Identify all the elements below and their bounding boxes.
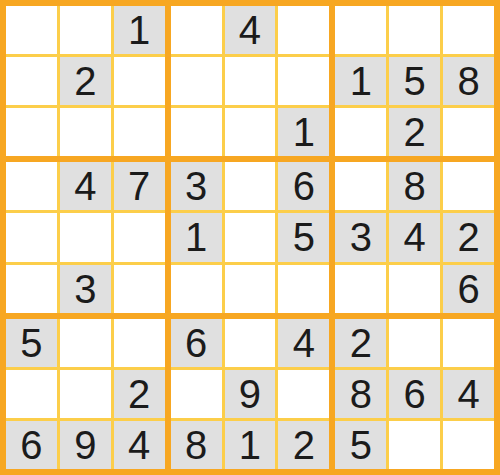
cell-r4c1[interactable] [6, 162, 57, 210]
cell-r4c7[interactable] [335, 162, 386, 210]
cell-r7c9[interactable] [443, 319, 494, 367]
cell-r2c5[interactable] [225, 57, 276, 105]
cell-r6c8[interactable] [389, 265, 440, 313]
cell-r7c2[interactable] [60, 319, 111, 367]
cell-r3c8: 2 [389, 108, 440, 156]
cell-r2c4[interactable] [171, 57, 222, 105]
cell-r3c4[interactable] [171, 108, 222, 156]
cell-r5c8: 4 [389, 213, 440, 261]
cell-r9c9[interactable] [443, 421, 494, 469]
cell-r2c2: 2 [60, 57, 111, 105]
cell-r1c6[interactable] [278, 6, 329, 54]
cell-r2c8: 5 [389, 57, 440, 105]
cell-r2c6[interactable] [278, 57, 329, 105]
cell-r3c7[interactable] [335, 108, 386, 156]
cell-r1c5: 4 [225, 6, 276, 54]
cell-r4c9[interactable] [443, 162, 494, 210]
cell-r8c4[interactable] [171, 370, 222, 418]
cell-r9c3: 4 [114, 421, 165, 469]
cell-r5c4: 1 [171, 213, 222, 261]
cell-r7c3[interactable] [114, 319, 165, 367]
cell-r7c4: 6 [171, 319, 222, 367]
box-r2c1: 473 [6, 162, 165, 312]
box-r3c1: 52694 [6, 319, 165, 469]
cell-r8c3: 2 [114, 370, 165, 418]
cell-r1c7[interactable] [335, 6, 386, 54]
cell-r3c2[interactable] [60, 108, 111, 156]
cell-r9c7: 5 [335, 421, 386, 469]
cell-r9c6: 2 [278, 421, 329, 469]
cell-r1c8[interactable] [389, 6, 440, 54]
box-r1c2: 41 [171, 6, 330, 156]
cell-r6c4[interactable] [171, 265, 222, 313]
cell-r4c8: 8 [389, 162, 440, 210]
cell-r5c3[interactable] [114, 213, 165, 261]
cell-r7c5[interactable] [225, 319, 276, 367]
sudoku-board: 124115824733615834265269464981228645 [0, 0, 500, 475]
cell-r9c8[interactable] [389, 421, 440, 469]
cell-r2c7: 1 [335, 57, 386, 105]
box-r1c3: 1582 [335, 6, 494, 156]
cell-r9c2: 9 [60, 421, 111, 469]
cell-r8c7: 8 [335, 370, 386, 418]
cell-r5c9: 2 [443, 213, 494, 261]
cell-r8c8: 6 [389, 370, 440, 418]
cell-r8c1[interactable] [6, 370, 57, 418]
cell-r6c5[interactable] [225, 265, 276, 313]
cell-r8c6[interactable] [278, 370, 329, 418]
cell-r5c7: 3 [335, 213, 386, 261]
cell-r1c9[interactable] [443, 6, 494, 54]
cell-r6c6[interactable] [278, 265, 329, 313]
cell-r4c5[interactable] [225, 162, 276, 210]
cell-r4c2: 4 [60, 162, 111, 210]
cell-r3c3[interactable] [114, 108, 165, 156]
cell-r5c6: 5 [278, 213, 329, 261]
box-r1c1: 12 [6, 6, 165, 156]
cell-r1c2[interactable] [60, 6, 111, 54]
cell-r8c2[interactable] [60, 370, 111, 418]
cell-r6c2: 3 [60, 265, 111, 313]
cell-r2c1[interactable] [6, 57, 57, 105]
cell-r7c8[interactable] [389, 319, 440, 367]
cell-r1c3: 1 [114, 6, 165, 54]
box-r2c3: 83426 [335, 162, 494, 312]
cell-r5c5[interactable] [225, 213, 276, 261]
cell-r9c4: 8 [171, 421, 222, 469]
cell-r2c3[interactable] [114, 57, 165, 105]
cell-r4c3: 7 [114, 162, 165, 210]
cell-r1c4[interactable] [171, 6, 222, 54]
cell-r6c3[interactable] [114, 265, 165, 313]
cell-r6c1[interactable] [6, 265, 57, 313]
cell-r3c5[interactable] [225, 108, 276, 156]
cell-r7c7: 2 [335, 319, 386, 367]
cell-r6c7[interactable] [335, 265, 386, 313]
cell-r1c1[interactable] [6, 6, 57, 54]
cell-r7c6: 4 [278, 319, 329, 367]
cell-r2c9: 8 [443, 57, 494, 105]
cell-r9c1: 6 [6, 421, 57, 469]
cell-r7c1: 5 [6, 319, 57, 367]
cell-r3c9[interactable] [443, 108, 494, 156]
cell-r6c9: 6 [443, 265, 494, 313]
cell-r5c2[interactable] [60, 213, 111, 261]
cell-r8c9: 4 [443, 370, 494, 418]
cell-r3c1[interactable] [6, 108, 57, 156]
cell-r8c5: 9 [225, 370, 276, 418]
cell-r4c6: 6 [278, 162, 329, 210]
cell-r5c1[interactable] [6, 213, 57, 261]
cell-r9c5: 1 [225, 421, 276, 469]
box-r3c2: 649812 [171, 319, 330, 469]
box-r2c2: 3615 [171, 162, 330, 312]
box-r3c3: 28645 [335, 319, 494, 469]
cell-r3c6: 1 [278, 108, 329, 156]
cell-r4c4: 3 [171, 162, 222, 210]
